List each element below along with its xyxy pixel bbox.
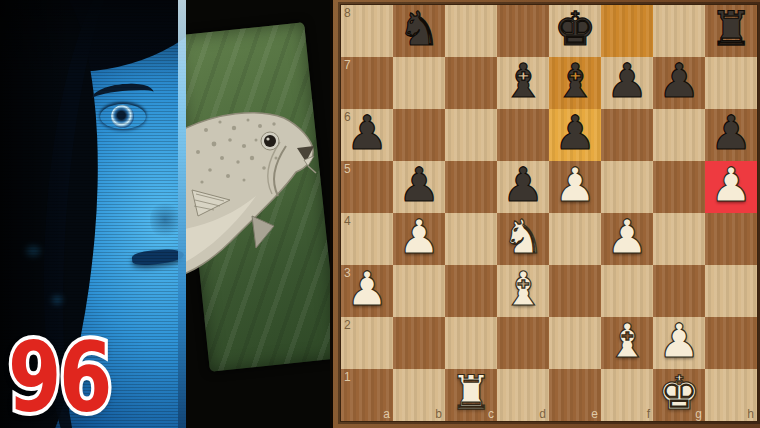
square-h6[interactable]: ♟ (705, 109, 757, 161)
piece-white-pawn: ♟ (606, 211, 648, 263)
piece-black-pawn: ♟ (398, 159, 440, 211)
piece-black-pawn: ♟ (658, 55, 700, 107)
square-f4[interactable]: ♟ (601, 213, 653, 265)
square-d5[interactable]: ♟ (497, 161, 549, 213)
piece-white-pawn: ♟ (346, 263, 388, 315)
square-g1[interactable]: g♚ (653, 369, 705, 421)
rank-label-1: 1 (344, 370, 351, 384)
piece-black-king: ♚ (554, 3, 596, 55)
piece-black-bishop: ♝ (554, 55, 596, 107)
square-d7[interactable]: ♝ (497, 57, 549, 109)
square-d1[interactable]: d (497, 369, 549, 421)
square-g4[interactable] (653, 213, 705, 265)
square-d2[interactable] (497, 317, 549, 369)
rank-label-4: 4 (344, 214, 351, 228)
square-e4[interactable] (549, 213, 601, 265)
piece-black-pawn: ♟ (606, 55, 648, 107)
square-d8[interactable] (497, 5, 549, 57)
square-e1[interactable]: e (549, 369, 601, 421)
square-g6[interactable] (653, 109, 705, 161)
cortana-face-image: 96 96 (0, 0, 186, 428)
piece-black-pawn: ♟ (502, 159, 544, 211)
square-c6[interactable] (445, 109, 497, 161)
square-e6[interactable]: ♟ (549, 109, 601, 161)
square-f6[interactable] (601, 109, 653, 161)
square-b6[interactable] (393, 109, 445, 161)
square-a3[interactable]: 3♟ (341, 265, 393, 317)
square-c8[interactable] (445, 5, 497, 57)
square-e8[interactable]: ♚ (549, 5, 601, 57)
square-a4[interactable]: 4 (341, 213, 393, 265)
square-g2[interactable]: ♟ (653, 317, 705, 369)
piece-white-pawn: ♟ (398, 211, 440, 263)
piece-white-king: ♚ (658, 367, 700, 419)
piece-white-pawn: ♟ (658, 315, 700, 367)
square-f3[interactable] (601, 265, 653, 317)
square-e2[interactable] (549, 317, 601, 369)
piece-black-pawn: ♟ (710, 107, 752, 159)
square-e5[interactable]: ♟ (549, 161, 601, 213)
square-d4[interactable]: ♞ (497, 213, 549, 265)
square-a5[interactable]: 5 (341, 161, 393, 213)
square-c3[interactable] (445, 265, 497, 317)
square-e3[interactable] (549, 265, 601, 317)
piece-black-pawn: ♟ (346, 107, 388, 159)
piece-white-pawn: ♟ (710, 159, 752, 211)
file-label-d: d (539, 407, 546, 421)
square-g7[interactable]: ♟ (653, 57, 705, 109)
square-b7[interactable] (393, 57, 445, 109)
square-h5[interactable]: ♟ (705, 161, 757, 213)
rank-label-8: 8 (344, 6, 351, 20)
square-f5[interactable] (601, 161, 653, 213)
fish-image-panel (186, 0, 330, 428)
file-label-e: e (591, 407, 598, 421)
rank-label-2: 2 (344, 318, 351, 332)
board-grid: 8♞♚♜7♝♝♟♟6♟♟♟5♟♟♟♟4♟♞♟3♟♝2♝♟1abc♜defg♚h (341, 5, 757, 421)
piece-white-pawn: ♟ (554, 159, 596, 211)
rank-label-7: 7 (344, 58, 351, 72)
square-g5[interactable] (653, 161, 705, 213)
chess-board: 8♞♚♜7♝♝♟♟6♟♟♟5♟♟♟♟4♟♞♟3♟♝2♝♟1abc♜defg♚h (330, 0, 760, 428)
piece-black-knight: ♞ (398, 3, 440, 55)
square-d3[interactable]: ♝ (497, 265, 549, 317)
square-b1[interactable]: b (393, 369, 445, 421)
square-c7[interactable] (445, 57, 497, 109)
piece-white-knight: ♞ (502, 211, 544, 263)
square-a8[interactable]: 8 (341, 5, 393, 57)
piece-black-rook: ♜ (710, 3, 752, 55)
file-label-b: b (435, 407, 442, 421)
square-e7[interactable]: ♝ (549, 57, 601, 109)
episode-number: 96 (8, 330, 110, 426)
square-h8[interactable]: ♜ (705, 5, 757, 57)
square-h2[interactable] (705, 317, 757, 369)
fish-graphic (186, 0, 330, 428)
square-g8[interactable] (653, 5, 705, 57)
square-c2[interactable] (445, 317, 497, 369)
panel-edge-glow (178, 0, 186, 428)
square-d6[interactable] (497, 109, 549, 161)
square-a7[interactable]: 7 (341, 57, 393, 109)
square-g3[interactable] (653, 265, 705, 317)
piece-white-rook: ♜ (450, 367, 492, 419)
file-label-h: h (747, 407, 754, 421)
piece-black-pawn: ♟ (554, 107, 596, 159)
square-b3[interactable] (393, 265, 445, 317)
square-h3[interactable] (705, 265, 757, 317)
square-f1[interactable]: f (601, 369, 653, 421)
square-a2[interactable]: 2 (341, 317, 393, 369)
square-c5[interactable] (445, 161, 497, 213)
piece-white-bishop: ♝ (502, 263, 544, 315)
square-b2[interactable] (393, 317, 445, 369)
square-c1[interactable]: c♜ (445, 369, 497, 421)
square-c4[interactable] (445, 213, 497, 265)
square-b4[interactable]: ♟ (393, 213, 445, 265)
square-a1[interactable]: 1a (341, 369, 393, 421)
square-b8[interactable]: ♞ (393, 5, 445, 57)
square-b5[interactable]: ♟ (393, 161, 445, 213)
square-f7[interactable]: ♟ (601, 57, 653, 109)
square-a6[interactable]: 6♟ (341, 109, 393, 161)
rank-label-5: 5 (344, 162, 351, 176)
square-h7[interactable] (705, 57, 757, 109)
square-h4[interactable] (705, 213, 757, 265)
piece-white-bishop: ♝ (606, 315, 648, 367)
file-label-a: a (383, 407, 390, 421)
square-f8[interactable] (601, 5, 653, 57)
piece-black-bishop: ♝ (502, 55, 544, 107)
square-f2[interactable]: ♝ (601, 317, 653, 369)
file-label-f: f (647, 407, 650, 421)
square-h1[interactable]: h (705, 369, 757, 421)
